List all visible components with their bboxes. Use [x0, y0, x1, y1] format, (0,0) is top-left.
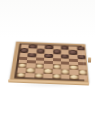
board-square[interactable] — [43, 73, 52, 78]
product-photo — [0, 0, 95, 126]
light-checker-piece[interactable] — [70, 74, 79, 79]
board-square[interactable] — [34, 73, 43, 78]
light-checker-piece[interactable] — [34, 73, 43, 78]
board-grid — [16, 44, 82, 79]
board-inlay-border — [14, 43, 84, 81]
clasp-latch-icon — [87, 57, 91, 62]
board-square[interactable] — [70, 74, 79, 79]
board-square[interactable] — [78, 75, 87, 80]
board-square[interactable] — [61, 74, 70, 79]
board-square[interactable] — [52, 74, 61, 79]
board-scene — [0, 0, 95, 126]
checkers-board — [9, 41, 88, 83]
light-checker-piece[interactable] — [52, 74, 61, 79]
